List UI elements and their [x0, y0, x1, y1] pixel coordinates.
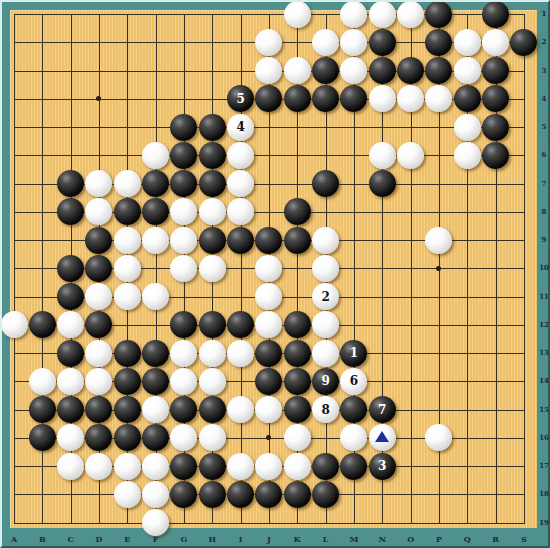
board-cell[interactable] [481, 141, 509, 169]
board-cell[interactable] [57, 311, 85, 339]
board-cell[interactable] [510, 480, 538, 508]
board-cell[interactable] [283, 508, 311, 536]
board-cell[interactable] [57, 480, 85, 508]
board-cell[interactable] [141, 254, 169, 282]
board-cell[interactable] [113, 480, 141, 508]
board-cell[interactable] [170, 169, 198, 197]
board-cell[interactable] [255, 367, 283, 395]
board-cell[interactable] [57, 282, 85, 310]
board-cell[interactable] [396, 113, 424, 141]
board-cell[interactable] [255, 508, 283, 536]
board-cell[interactable] [198, 508, 226, 536]
board-cell[interactable] [198, 367, 226, 395]
board-cell[interactable] [396, 452, 424, 480]
board-cell[interactable] [255, 282, 283, 310]
board-cell[interactable] [141, 508, 169, 536]
board-cell[interactable] [226, 367, 254, 395]
board-cell[interactable] [198, 113, 226, 141]
board-cell[interactable] [453, 508, 481, 536]
board-cell[interactable] [368, 226, 396, 254]
board-cell[interactable] [425, 424, 453, 452]
board-cell[interactable] [481, 452, 509, 480]
board-cell[interactable] [113, 452, 141, 480]
board-cell[interactable] [340, 508, 368, 536]
board-cell[interactable] [510, 311, 538, 339]
board-cell[interactable] [170, 0, 198, 28]
board-cell[interactable] [453, 282, 481, 310]
board-cell[interactable] [85, 395, 113, 423]
board-cell[interactable] [85, 367, 113, 395]
board-cell[interactable] [28, 113, 56, 141]
board-cell[interactable] [453, 28, 481, 56]
board-cell[interactable] [28, 141, 56, 169]
board-cell[interactable] [255, 0, 283, 28]
board-cell[interactable] [0, 28, 28, 56]
board-cell[interactable] [255, 56, 283, 84]
board-cell[interactable] [57, 169, 85, 197]
board-cell[interactable] [340, 226, 368, 254]
board-cell[interactable] [0, 311, 28, 339]
board-cell[interactable] [425, 113, 453, 141]
board-cell[interactable] [396, 339, 424, 367]
board-cell[interactable] [255, 226, 283, 254]
board-cell[interactable] [57, 141, 85, 169]
board-cell[interactable] [141, 311, 169, 339]
board-cell[interactable] [28, 480, 56, 508]
board-cell[interactable] [0, 508, 28, 536]
board-cell[interactable] [396, 56, 424, 84]
board-cell[interactable] [113, 282, 141, 310]
board-cell[interactable] [170, 226, 198, 254]
board-cell[interactable] [368, 480, 396, 508]
board-cell[interactable] [28, 56, 56, 84]
board-cell[interactable] [396, 254, 424, 282]
board-cell[interactable] [396, 226, 424, 254]
board-cell[interactable] [28, 28, 56, 56]
board-cell[interactable] [425, 226, 453, 254]
board-cell[interactable] [311, 169, 339, 197]
board-cell[interactable] [368, 508, 396, 536]
board-cell[interactable] [85, 339, 113, 367]
board-cell[interactable] [481, 85, 509, 113]
board-cell[interactable] [368, 28, 396, 56]
board-cell[interactable] [510, 85, 538, 113]
board-cell[interactable] [481, 367, 509, 395]
board-cell[interactable] [340, 28, 368, 56]
board-cell[interactable]: 8 [311, 395, 339, 423]
board-cell[interactable] [283, 0, 311, 28]
board-cell[interactable] [510, 113, 538, 141]
board-cell[interactable] [283, 85, 311, 113]
board-cell[interactable] [255, 311, 283, 339]
board-cell[interactable] [396, 367, 424, 395]
board-cell[interactable] [481, 311, 509, 339]
board-cell[interactable]: 7 [368, 395, 396, 423]
board-cell[interactable] [170, 452, 198, 480]
board-cell[interactable] [57, 395, 85, 423]
board-cell[interactable] [170, 28, 198, 56]
board-cell[interactable] [198, 169, 226, 197]
board-cell[interactable] [198, 28, 226, 56]
board-cell[interactable] [255, 452, 283, 480]
board-cell[interactable] [255, 254, 283, 282]
board-cell[interactable] [28, 424, 56, 452]
board-cell[interactable] [141, 198, 169, 226]
board-cell[interactable] [311, 226, 339, 254]
board-cell[interactable] [226, 28, 254, 56]
board-cell[interactable] [198, 226, 226, 254]
board-cell[interactable] [198, 311, 226, 339]
board-cell[interactable] [453, 367, 481, 395]
board-cell[interactable] [425, 141, 453, 169]
board-cell[interactable] [141, 113, 169, 141]
board-cell[interactable] [368, 141, 396, 169]
board-cell[interactable] [226, 395, 254, 423]
board-cell[interactable] [368, 85, 396, 113]
board-cell[interactable] [28, 226, 56, 254]
board-cell[interactable] [396, 85, 424, 113]
board-cell[interactable] [0, 480, 28, 508]
board-cell[interactable]: 9 [311, 367, 339, 395]
board-cell[interactable] [311, 452, 339, 480]
board-cell[interactable] [198, 254, 226, 282]
board-cell[interactable] [425, 169, 453, 197]
board-cell[interactable] [368, 169, 396, 197]
board-cell[interactable] [510, 141, 538, 169]
board-cell[interactable] [453, 339, 481, 367]
board-cell[interactable] [283, 424, 311, 452]
board-cell[interactable] [453, 395, 481, 423]
board-cell[interactable] [0, 141, 28, 169]
board-cell[interactable] [85, 480, 113, 508]
board-cell[interactable] [226, 480, 254, 508]
board-cell[interactable] [85, 169, 113, 197]
board-cell[interactable] [28, 452, 56, 480]
board-cell[interactable] [311, 28, 339, 56]
board-cell[interactable] [198, 0, 226, 28]
board-cell[interactable] [255, 169, 283, 197]
board-cell[interactable] [141, 56, 169, 84]
board-cell[interactable] [85, 28, 113, 56]
board-cell[interactable] [368, 424, 396, 452]
board-cell[interactable] [226, 452, 254, 480]
board-cell[interactable]: 4 [226, 113, 254, 141]
board-cell[interactable] [510, 452, 538, 480]
board-cell[interactable] [141, 339, 169, 367]
board-cell[interactable] [311, 480, 339, 508]
board-cell[interactable] [170, 282, 198, 310]
board-cell[interactable] [0, 0, 28, 28]
board-cell[interactable] [226, 339, 254, 367]
board-cell[interactable] [198, 339, 226, 367]
board-cell[interactable] [396, 480, 424, 508]
board-cell[interactable] [510, 424, 538, 452]
board-cell[interactable] [340, 169, 368, 197]
board-cell[interactable] [28, 395, 56, 423]
board-cell[interactable] [396, 282, 424, 310]
board-cell[interactable] [425, 311, 453, 339]
board-cell[interactable]: 6 [340, 367, 368, 395]
board-cell[interactable] [226, 282, 254, 310]
board-cell[interactable] [85, 141, 113, 169]
board-cell[interactable] [57, 28, 85, 56]
board-cell[interactable] [141, 282, 169, 310]
board-cell[interactable] [28, 367, 56, 395]
board-cell[interactable] [85, 311, 113, 339]
board-cell[interactable] [141, 169, 169, 197]
board-cell[interactable] [453, 480, 481, 508]
board-cell[interactable] [453, 424, 481, 452]
board-cell[interactable] [170, 480, 198, 508]
board-cell[interactable] [340, 56, 368, 84]
board-cell[interactable] [283, 141, 311, 169]
board-cell[interactable] [255, 480, 283, 508]
board-cell[interactable] [255, 395, 283, 423]
board-cell[interactable] [340, 311, 368, 339]
board-cell[interactable] [113, 169, 141, 197]
board-cell[interactable] [283, 254, 311, 282]
board-cell[interactable] [340, 395, 368, 423]
board-cell[interactable] [255, 198, 283, 226]
board-cell[interactable] [453, 226, 481, 254]
board-cell[interactable] [510, 28, 538, 56]
board-cell[interactable] [57, 226, 85, 254]
board-cell[interactable] [57, 452, 85, 480]
board-cell[interactable]: 2 [311, 282, 339, 310]
board-cell[interactable] [198, 395, 226, 423]
board-cell[interactable] [255, 28, 283, 56]
board-cell[interactable] [340, 452, 368, 480]
board-cell[interactable] [170, 141, 198, 169]
board-cell[interactable] [28, 85, 56, 113]
board-cell[interactable] [368, 254, 396, 282]
board-cell[interactable] [481, 169, 509, 197]
board-cell[interactable] [85, 508, 113, 536]
board-cell[interactable] [311, 339, 339, 367]
board-cell[interactable] [396, 28, 424, 56]
board-cell[interactable] [28, 254, 56, 282]
board-cell[interactable] [141, 424, 169, 452]
board-cell[interactable] [340, 198, 368, 226]
board-cell[interactable] [57, 85, 85, 113]
board-cell[interactable] [226, 424, 254, 452]
board-cell[interactable] [226, 508, 254, 536]
board-cell[interactable] [141, 85, 169, 113]
board-cell[interactable] [113, 508, 141, 536]
board-cell[interactable] [340, 0, 368, 28]
board-cell[interactable] [311, 424, 339, 452]
board-cell[interactable] [425, 254, 453, 282]
board-cell[interactable] [311, 508, 339, 536]
board-cell[interactable] [198, 452, 226, 480]
board-cell[interactable] [425, 452, 453, 480]
board-cell[interactable] [170, 508, 198, 536]
board-cell[interactable] [453, 254, 481, 282]
board-cell[interactable] [481, 339, 509, 367]
board-cell[interactable] [113, 28, 141, 56]
board-cell[interactable] [57, 56, 85, 84]
board-cell[interactable] [57, 113, 85, 141]
board-cell[interactable] [85, 282, 113, 310]
board-cell[interactable] [368, 367, 396, 395]
board-cell[interactable] [226, 254, 254, 282]
board-cell[interactable] [0, 339, 28, 367]
board-cell[interactable] [57, 508, 85, 536]
board-cell[interactable] [283, 367, 311, 395]
board-cell[interactable] [425, 56, 453, 84]
board-cell[interactable] [311, 85, 339, 113]
board-cell[interactable] [510, 395, 538, 423]
board-cell[interactable] [85, 0, 113, 28]
board-cell[interactable] [141, 395, 169, 423]
board-cell[interactable] [85, 424, 113, 452]
board-cell[interactable] [141, 226, 169, 254]
board-cell[interactable] [141, 480, 169, 508]
board-cell[interactable] [255, 141, 283, 169]
board-cell[interactable] [481, 0, 509, 28]
board-cell[interactable] [170, 56, 198, 84]
board-cell[interactable] [453, 198, 481, 226]
board-cell[interactable] [283, 282, 311, 310]
board-cell[interactable] [113, 113, 141, 141]
board-cell[interactable] [510, 254, 538, 282]
board-cell[interactable] [396, 424, 424, 452]
board-cell[interactable] [481, 424, 509, 452]
board-cell[interactable] [368, 113, 396, 141]
board-cell[interactable] [113, 339, 141, 367]
board-cell[interactable] [510, 226, 538, 254]
board-cell[interactable] [170, 113, 198, 141]
board-cell[interactable] [425, 282, 453, 310]
board-cell[interactable] [481, 508, 509, 536]
board-cell[interactable] [198, 56, 226, 84]
board-cell[interactable] [283, 395, 311, 423]
board-cell[interactable] [198, 198, 226, 226]
board-cell[interactable] [113, 311, 141, 339]
board-cell[interactable] [0, 169, 28, 197]
board-cell[interactable] [340, 141, 368, 169]
board-cell[interactable] [481, 480, 509, 508]
board-cell[interactable] [226, 141, 254, 169]
board-cell[interactable] [170, 85, 198, 113]
board-cell[interactable] [170, 254, 198, 282]
board-cell[interactable] [453, 113, 481, 141]
board-cell[interactable] [0, 56, 28, 84]
board-cell[interactable] [283, 226, 311, 254]
board-cell[interactable] [396, 508, 424, 536]
board-cell[interactable] [425, 508, 453, 536]
board-cell[interactable] [85, 85, 113, 113]
board-cell[interactable] [481, 28, 509, 56]
board-cell[interactable] [85, 452, 113, 480]
board-cell[interactable] [311, 254, 339, 282]
board-cell[interactable] [28, 339, 56, 367]
board-cell[interactable] [28, 311, 56, 339]
board-cell[interactable] [113, 424, 141, 452]
board-cell[interactable] [481, 198, 509, 226]
board-cell[interactable] [425, 28, 453, 56]
board-cell[interactable] [340, 85, 368, 113]
board-cell[interactable] [0, 113, 28, 141]
board-cell[interactable] [28, 508, 56, 536]
board-cell[interactable] [311, 311, 339, 339]
board-cell[interactable] [425, 480, 453, 508]
board-cell[interactable] [113, 141, 141, 169]
board-cell[interactable] [283, 28, 311, 56]
board-cell[interactable] [368, 311, 396, 339]
board-cell[interactable] [453, 141, 481, 169]
board-cell[interactable] [0, 395, 28, 423]
board-cell[interactable] [396, 311, 424, 339]
board-cell[interactable] [57, 424, 85, 452]
board-cell[interactable] [28, 169, 56, 197]
board-cell[interactable] [255, 424, 283, 452]
board-cell[interactable] [283, 480, 311, 508]
board-cell[interactable] [340, 480, 368, 508]
board-cell[interactable] [0, 367, 28, 395]
board-cell[interactable] [85, 198, 113, 226]
board-cell[interactable] [283, 56, 311, 84]
board-cell[interactable] [113, 395, 141, 423]
board-cell[interactable] [368, 56, 396, 84]
board-cell[interactable] [113, 85, 141, 113]
board-cell[interactable] [255, 85, 283, 113]
board-cell[interactable] [510, 56, 538, 84]
board-cell[interactable] [0, 85, 28, 113]
board-cell[interactable] [113, 367, 141, 395]
board-cell[interactable] [425, 367, 453, 395]
board-cell[interactable] [283, 311, 311, 339]
board-cell[interactable] [481, 395, 509, 423]
board-cell[interactable] [510, 508, 538, 536]
board-cell[interactable] [396, 169, 424, 197]
board-cell[interactable] [340, 424, 368, 452]
board-cell[interactable] [283, 452, 311, 480]
board-cell[interactable] [368, 0, 396, 28]
board-cell[interactable] [425, 395, 453, 423]
board-cell[interactable] [481, 254, 509, 282]
board-cell[interactable] [57, 0, 85, 28]
board-cell[interactable] [453, 452, 481, 480]
board-cell[interactable] [170, 311, 198, 339]
board-cell[interactable] [481, 226, 509, 254]
board-cell[interactable] [57, 254, 85, 282]
board-cell[interactable] [510, 282, 538, 310]
board-cell[interactable] [141, 367, 169, 395]
board-cell[interactable] [113, 226, 141, 254]
board-cell[interactable] [510, 198, 538, 226]
board-cell[interactable] [198, 141, 226, 169]
board-cell[interactable] [396, 198, 424, 226]
board-cell[interactable] [198, 424, 226, 452]
board-cell[interactable] [510, 339, 538, 367]
board-cell[interactable] [113, 254, 141, 282]
board-cell[interactable] [85, 254, 113, 282]
board-cell[interactable] [311, 0, 339, 28]
board-cell[interactable] [0, 226, 28, 254]
board-cell[interactable] [170, 367, 198, 395]
board-cell[interactable] [311, 113, 339, 141]
board-cell[interactable] [396, 141, 424, 169]
board-cell[interactable] [226, 0, 254, 28]
board-cell[interactable] [311, 141, 339, 169]
board-cell[interactable] [453, 85, 481, 113]
board-cell[interactable]: 1 [340, 339, 368, 367]
board-cell[interactable] [255, 339, 283, 367]
board-cell[interactable] [425, 198, 453, 226]
board-cell[interactable] [481, 113, 509, 141]
board-cell[interactable] [0, 254, 28, 282]
